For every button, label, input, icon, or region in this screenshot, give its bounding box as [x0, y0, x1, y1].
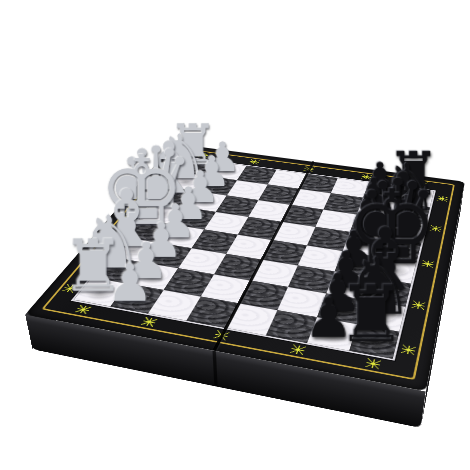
- case-front-seam: [212, 350, 217, 386]
- chess-board: ♜♟♟♜♞♟♟♞♝♟♟♝♛♟♟♛♚♟♟♚♝♟♟♝♞♟♟♞♜♟♟♜: [25, 143, 465, 391]
- product-photo-scene: ♜♟♟♜♞♟♟♞♝♟♟♝♛♟♟♛♚♟♟♚♝♟♟♝♞♟♟♞♜♟♟♜: [0, 0, 470, 470]
